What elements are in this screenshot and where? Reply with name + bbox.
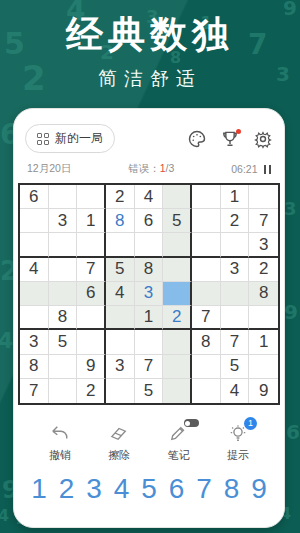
topbar-icons — [187, 129, 273, 149]
background-digit: 9 — [284, 300, 298, 324]
sudoku-cell[interactable]: 2 — [221, 209, 250, 233]
sudoku-cell[interactable]: 3 — [49, 209, 78, 233]
sudoku-cell[interactable] — [106, 233, 135, 257]
trophy-icon[interactable] — [220, 129, 240, 149]
sudoku-cell[interactable] — [192, 209, 221, 233]
sudoku-cell[interactable]: 5 — [49, 330, 78, 354]
sudoku-cell[interactable]: 3 — [20, 330, 49, 354]
sudoku-cell[interactable] — [49, 258, 78, 282]
phone-card: 新的一局 — [13, 108, 285, 528]
sudoku-cell[interactable] — [49, 233, 78, 257]
toolbar: 撤销 擦除 笔记 — [14, 405, 284, 463]
pause-button[interactable] — [264, 165, 272, 174]
sudoku-cell[interactable]: 3 — [135, 282, 164, 306]
sudoku-cell[interactable]: 6 — [135, 209, 164, 233]
sudoku-cell[interactable] — [106, 306, 135, 330]
hint-button[interactable]: 1 提示 — [216, 422, 260, 463]
sudoku-cell[interactable]: 1 — [135, 306, 164, 330]
new-game-label: 新的一局 — [55, 130, 103, 147]
sudoku-cell[interactable] — [192, 282, 221, 306]
status-row: 12月20日 错误：1/3 06:21 — [14, 153, 284, 176]
palette-icon[interactable] — [187, 129, 207, 149]
new-game-button[interactable]: 新的一局 — [25, 124, 115, 153]
sudoku-cell[interactable]: 5 — [221, 355, 250, 379]
sudoku-cell[interactable]: 7 — [192, 306, 221, 330]
timer: 06:21 — [231, 163, 257, 175]
notes-button[interactable]: 笔记 — [157, 422, 201, 463]
sudoku-cell[interactable] — [192, 258, 221, 282]
sudoku-cell[interactable]: 2 — [106, 185, 135, 209]
sudoku-cell[interactable] — [49, 185, 78, 209]
sudoku-cell[interactable] — [221, 282, 250, 306]
sudoku-cell[interactable]: 9 — [249, 379, 278, 403]
notes-toggle[interactable] — [184, 419, 199, 427]
background-digit: 6 — [286, 420, 300, 444]
sudoku-cell[interactable] — [221, 306, 250, 330]
app-title: 经典数独 — [0, 0, 300, 60]
sudoku-cell[interactable]: 5 — [163, 209, 192, 233]
sudoku-cell[interactable] — [192, 355, 221, 379]
sudoku-cell[interactable] — [192, 379, 221, 403]
sudoku-cell[interactable]: 8 — [49, 306, 78, 330]
sudoku-cell[interactable]: 7 — [77, 258, 106, 282]
sudoku-cell[interactable]: 6 — [77, 282, 106, 306]
sudoku-cell[interactable] — [77, 306, 106, 330]
sudoku-cell[interactable]: 1 — [77, 209, 106, 233]
sudoku-cell[interactable]: 8 — [249, 282, 278, 306]
sudoku-cell[interactable]: 4 — [135, 185, 164, 209]
sudoku-cell[interactable]: 8 — [106, 209, 135, 233]
numpad-digit-8[interactable]: 8 — [220, 473, 244, 505]
sudoku-cell[interactable] — [20, 306, 49, 330]
sudoku-cell[interactable]: 7 — [135, 355, 164, 379]
sudoku-cell[interactable] — [163, 355, 192, 379]
app-screen: 439152873265234969424 经典数独 简洁舒适 新的一局 — [0, 0, 300, 533]
numpad-digit-2[interactable]: 2 — [55, 473, 79, 505]
sudoku-cell[interactable]: 4 — [20, 258, 49, 282]
erase-button[interactable]: 擦除 — [97, 422, 141, 463]
sudoku-cell[interactable] — [135, 330, 164, 354]
sudoku-cell[interactable]: 3 — [221, 258, 250, 282]
topbar: 新的一局 — [14, 109, 284, 153]
sudoku-cell[interactable]: 7 — [249, 209, 278, 233]
sudoku-cell[interactable]: 4 — [221, 379, 250, 403]
sudoku-cell[interactable] — [163, 185, 192, 209]
hint-badge: 1 — [244, 417, 257, 430]
sudoku-cell[interactable] — [106, 379, 135, 403]
sudoku-cell[interactable] — [77, 330, 106, 354]
sudoku-cell[interactable]: 2 — [77, 379, 106, 403]
sudoku-cell[interactable] — [192, 233, 221, 257]
sudoku-cell[interactable] — [20, 233, 49, 257]
numpad-digit-1[interactable]: 1 — [27, 473, 51, 505]
sudoku-cell[interactable]: 4 — [106, 282, 135, 306]
sudoku-cell[interactable]: 3 — [106, 355, 135, 379]
sudoku-cell[interactable] — [49, 355, 78, 379]
numpad-digit-6[interactable]: 6 — [165, 473, 189, 505]
sudoku-cell[interactable]: 1 — [221, 185, 250, 209]
numpad-digit-9[interactable]: 9 — [247, 473, 271, 505]
grid-icon — [37, 133, 49, 145]
sudoku-cell[interactable]: 1 — [249, 330, 278, 354]
sudoku-cell[interactable] — [106, 330, 135, 354]
sudoku-cell[interactable] — [249, 306, 278, 330]
sudoku-cell[interactable] — [77, 185, 106, 209]
eraser-icon — [108, 422, 130, 444]
lightbulb-icon: 1 — [228, 422, 248, 444]
sudoku-cell[interactable]: 5 — [106, 258, 135, 282]
numpad-digit-7[interactable]: 7 — [192, 473, 216, 505]
sudoku-cell[interactable] — [249, 355, 278, 379]
sudoku-cell[interactable] — [49, 379, 78, 403]
undo-icon — [49, 422, 71, 444]
sudoku-cell[interactable]: 2 — [249, 258, 278, 282]
sudoku-cell[interactable] — [49, 282, 78, 306]
settings-icon[interactable] — [253, 129, 273, 149]
sudoku-cell[interactable] — [77, 233, 106, 257]
sudoku-cell[interactable]: 8 — [192, 330, 221, 354]
sudoku-cell[interactable] — [135, 233, 164, 257]
numpad-digit-3[interactable]: 3 — [82, 473, 106, 505]
number-pad: 123456789 — [14, 463, 284, 505]
date-label: 12月20日 — [27, 162, 71, 176]
pencil-toggle-icon — [169, 422, 189, 444]
sudoku-cell[interactable]: 7 — [20, 379, 49, 403]
sudoku-cell[interactable] — [163, 282, 192, 306]
sudoku-cell[interactable]: 5 — [135, 379, 164, 403]
sudoku-cell[interactable]: 8 — [135, 258, 164, 282]
sudoku-cell[interactable] — [163, 258, 192, 282]
background-digit: 3 — [284, 198, 297, 219]
sudoku-cell[interactable] — [163, 233, 192, 257]
header: 经典数独 简洁舒适 — [0, 0, 300, 92]
app-subtitle: 简洁舒适 — [0, 66, 300, 92]
sudoku-cell[interactable]: 3 — [249, 233, 278, 257]
background-digit: 4 — [0, 506, 9, 525]
sudoku-cell[interactable] — [249, 185, 278, 209]
sudoku-cell[interactable] — [163, 379, 192, 403]
sudoku-cell[interactable]: 9 — [77, 355, 106, 379]
sudoku-cell[interactable]: 8 — [20, 355, 49, 379]
sudoku-board: 6241318652734758326438812735871893757254… — [18, 183, 280, 405]
sudoku-cell[interactable] — [192, 185, 221, 209]
sudoku-cell[interactable] — [163, 330, 192, 354]
notification-dot — [236, 129, 241, 134]
numpad-digit-4[interactable]: 4 — [110, 473, 134, 505]
sudoku-cell[interactable] — [20, 209, 49, 233]
sudoku-cell[interactable]: 6 — [20, 185, 49, 209]
undo-button[interactable]: 撤销 — [38, 422, 82, 463]
background-digit: 4 — [0, 328, 13, 353]
sudoku-cell[interactable] — [20, 282, 49, 306]
errors-counter: 错误：1/3 — [128, 162, 174, 176]
numpad-digit-5[interactable]: 5 — [137, 473, 161, 505]
sudoku-cell[interactable]: 7 — [221, 330, 250, 354]
sudoku-cell[interactable] — [221, 233, 250, 257]
sudoku-cell[interactable]: 2 — [163, 306, 192, 330]
